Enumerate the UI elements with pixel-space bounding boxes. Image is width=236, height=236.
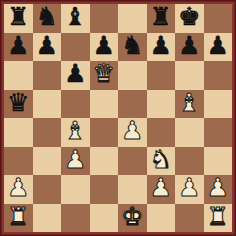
- square-c4[interactable]: ♝: [61, 118, 90, 147]
- square-f2[interactable]: ♟: [147, 175, 176, 204]
- square-b2[interactable]: [33, 175, 62, 204]
- piece-wB-c4[interactable]: ♝: [64, 117, 86, 146]
- square-b4[interactable]: [33, 118, 62, 147]
- square-h3[interactable]: [204, 147, 233, 176]
- square-c8[interactable]: ♝: [61, 4, 90, 33]
- square-b5[interactable]: [33, 90, 62, 119]
- piece-bR-f8[interactable]: ♜: [150, 3, 172, 32]
- square-d5[interactable]: [90, 90, 119, 119]
- square-b7[interactable]: ♟: [33, 33, 62, 62]
- piece-bN-b8[interactable]: ♞: [36, 3, 58, 32]
- piece-bP-a7[interactable]: ♟: [7, 32, 29, 61]
- square-d2[interactable]: [90, 175, 119, 204]
- square-a8[interactable]: ♜: [4, 4, 33, 33]
- square-e4[interactable]: ♟: [118, 118, 147, 147]
- piece-bQ-a5[interactable]: ♛: [7, 89, 29, 118]
- square-b8[interactable]: ♞: [33, 4, 62, 33]
- piece-wP-h2[interactable]: ♟: [207, 174, 229, 203]
- square-h1[interactable]: ♜: [204, 204, 233, 233]
- square-g5[interactable]: ♝: [175, 90, 204, 119]
- piece-wR-h1[interactable]: ♜: [207, 203, 229, 232]
- square-g6[interactable]: [175, 61, 204, 90]
- square-d3[interactable]: [90, 147, 119, 176]
- square-d8[interactable]: [90, 4, 119, 33]
- square-f3[interactable]: ♞: [147, 147, 176, 176]
- square-h8[interactable]: [204, 4, 233, 33]
- square-c7[interactable]: [61, 33, 90, 62]
- square-c5[interactable]: [61, 90, 90, 119]
- piece-wK-e1[interactable]: ♚: [121, 203, 143, 232]
- square-c2[interactable]: [61, 175, 90, 204]
- square-d7[interactable]: ♟: [90, 33, 119, 62]
- square-d4[interactable]: [90, 118, 119, 147]
- square-h5[interactable]: [204, 90, 233, 119]
- square-f1[interactable]: [147, 204, 176, 233]
- square-f6[interactable]: [147, 61, 176, 90]
- square-g4[interactable]: [175, 118, 204, 147]
- square-g3[interactable]: [175, 147, 204, 176]
- square-f8[interactable]: ♜: [147, 4, 176, 33]
- board-frame: ♜♞♝♜♚♟♟♟♞♟♟♟♟♛♛♝♝♟♟♞♟♟♟♟♜♚♜: [0, 0, 236, 236]
- piece-wP-c3[interactable]: ♟: [64, 146, 86, 175]
- square-c1[interactable]: [61, 204, 90, 233]
- square-a6[interactable]: [4, 61, 33, 90]
- square-a4[interactable]: [4, 118, 33, 147]
- piece-bP-b7[interactable]: ♟: [36, 32, 58, 61]
- piece-bN-e7[interactable]: ♞: [121, 32, 143, 61]
- square-c3[interactable]: ♟: [61, 147, 90, 176]
- piece-bR-a8[interactable]: ♜: [7, 3, 29, 32]
- square-c6[interactable]: ♟: [61, 61, 90, 90]
- square-e3[interactable]: [118, 147, 147, 176]
- square-f5[interactable]: [147, 90, 176, 119]
- square-a1[interactable]: ♜: [4, 204, 33, 233]
- square-e5[interactable]: [118, 90, 147, 119]
- square-g1[interactable]: [175, 204, 204, 233]
- square-g8[interactable]: ♚: [175, 4, 204, 33]
- square-e8[interactable]: [118, 4, 147, 33]
- square-a3[interactable]: [4, 147, 33, 176]
- piece-wP-g2[interactable]: ♟: [178, 174, 200, 203]
- chess-board: ♜♞♝♜♚♟♟♟♞♟♟♟♟♛♛♝♝♟♟♞♟♟♟♟♜♚♜: [4, 4, 232, 232]
- square-f7[interactable]: ♟: [147, 33, 176, 62]
- piece-wR-a1[interactable]: ♜: [7, 203, 29, 232]
- square-e2[interactable]: [118, 175, 147, 204]
- square-e6[interactable]: [118, 61, 147, 90]
- piece-bP-c6[interactable]: ♟: [64, 60, 86, 89]
- square-e7[interactable]: ♞: [118, 33, 147, 62]
- piece-bP-g7[interactable]: ♟: [178, 32, 200, 61]
- square-h4[interactable]: [204, 118, 233, 147]
- square-b1[interactable]: [33, 204, 62, 233]
- square-g7[interactable]: ♟: [175, 33, 204, 62]
- square-d1[interactable]: [90, 204, 119, 233]
- piece-wB-g5[interactable]: ♝: [178, 89, 200, 118]
- square-a7[interactable]: ♟: [4, 33, 33, 62]
- square-d6[interactable]: ♛: [90, 61, 119, 90]
- piece-wQ-d6[interactable]: ♛: [93, 60, 115, 89]
- piece-wP-f2[interactable]: ♟: [150, 174, 172, 203]
- piece-bB-c8[interactable]: ♝: [64, 3, 86, 32]
- piece-wP-e4[interactable]: ♟: [121, 117, 143, 146]
- square-e1[interactable]: ♚: [118, 204, 147, 233]
- square-h2[interactable]: ♟: [204, 175, 233, 204]
- piece-bP-h7[interactable]: ♟: [207, 32, 229, 61]
- piece-wN-f3[interactable]: ♞: [150, 146, 172, 175]
- square-a2[interactable]: ♟: [4, 175, 33, 204]
- piece-wP-a2[interactable]: ♟: [7, 174, 29, 203]
- square-b3[interactable]: [33, 147, 62, 176]
- square-b6[interactable]: [33, 61, 62, 90]
- piece-bK-g8[interactable]: ♚: [178, 3, 200, 32]
- piece-bP-d7[interactable]: ♟: [93, 32, 115, 61]
- square-f4[interactable]: [147, 118, 176, 147]
- square-g2[interactable]: ♟: [175, 175, 204, 204]
- square-h7[interactable]: ♟: [204, 33, 233, 62]
- square-a5[interactable]: ♛: [4, 90, 33, 119]
- square-h6[interactable]: [204, 61, 233, 90]
- piece-bP-f7[interactable]: ♟: [150, 32, 172, 61]
